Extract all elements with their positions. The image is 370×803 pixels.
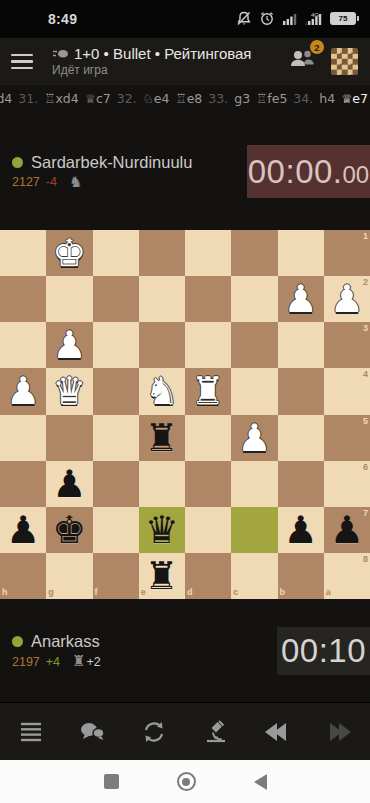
- bullet-icon: [52, 48, 69, 60]
- clock-top-fraction: 00: [343, 161, 370, 189]
- square-f1[interactable]: [93, 230, 139, 276]
- online-dot: [12, 157, 23, 168]
- square-f7[interactable]: [93, 507, 139, 553]
- move[interactable]: d4: [0, 91, 12, 106]
- square-h4[interactable]: ♟: [0, 368, 46, 414]
- square-g8[interactable]: g: [46, 553, 92, 599]
- square-h3[interactable]: [0, 322, 46, 368]
- square-a7[interactable]: ♟7: [324, 507, 370, 553]
- square-d7[interactable]: [185, 507, 231, 553]
- rank-label: 4: [363, 370, 368, 379]
- rewind-button[interactable]: [252, 709, 302, 755]
- rank-label: 7: [363, 509, 368, 518]
- android-nav-bar: [0, 760, 370, 803]
- square-g5[interactable]: [46, 415, 92, 461]
- square-h1[interactable]: [0, 230, 46, 276]
- square-e5[interactable]: ♜: [139, 415, 185, 461]
- rank-label: 5: [363, 417, 368, 426]
- square-e8[interactable]: ♜e: [139, 553, 185, 599]
- app-screen: 8:49 4G↓ 75 1+0 • Bullet • Рейтинговая И…: [0, 0, 370, 803]
- square-h5[interactable]: [0, 415, 46, 461]
- move[interactable]: ♘e4: [143, 91, 170, 106]
- move-number[interactable]: 31.: [18, 91, 38, 106]
- square-e2[interactable]: [139, 276, 185, 322]
- white-pawn: ♟: [6, 372, 40, 410]
- square-d8[interactable]: d: [185, 553, 231, 599]
- chat-icon: [79, 721, 105, 743]
- recents-button[interactable]: [104, 774, 119, 789]
- battery-level: 75: [339, 14, 348, 23]
- board-theme-icon[interactable]: [331, 48, 358, 75]
- black-pawn: ♟: [52, 465, 86, 503]
- analysis-button[interactable]: [191, 709, 241, 755]
- rank-label: 8: [363, 555, 368, 564]
- square-d6[interactable]: [185, 461, 231, 507]
- file-label: d: [187, 588, 193, 597]
- square-f8[interactable]: f: [93, 553, 139, 599]
- player-top-rating: 2127: [12, 175, 40, 189]
- signal-4g-icon: 4G↓: [305, 11, 323, 26]
- move[interactable]: ♖xd4: [44, 91, 79, 106]
- move[interactable]: ♖e8: [175, 91, 202, 106]
- status-time: 8:49: [48, 11, 77, 27]
- square-b1[interactable]: [278, 230, 324, 276]
- square-b2[interactable]: ♟: [278, 276, 324, 322]
- white-pawn: ♟: [284, 280, 318, 318]
- mute-bell-icon: [236, 11, 252, 26]
- square-h6[interactable]: [0, 461, 46, 507]
- white-knight: ♞: [145, 372, 179, 410]
- square-c6[interactable]: [231, 461, 277, 507]
- file-label: a: [326, 588, 331, 597]
- white-pawn: ♟: [330, 280, 364, 318]
- player-bottom-section: Anarkass 2197 +4 ♜ +2 00:10: [0, 599, 370, 702]
- black-queen: ♛: [145, 511, 179, 549]
- white-pawn: ♟: [52, 326, 86, 364]
- svg-text:↓: ↓: [305, 20, 308, 26]
- square-b5[interactable]: [278, 415, 324, 461]
- square-g7[interactable]: ♚: [46, 507, 92, 553]
- square-b6[interactable]: [278, 461, 324, 507]
- menu-button[interactable]: [0, 38, 44, 85]
- square-g2[interactable]: [46, 276, 92, 322]
- player-bottom-rating: 2197: [12, 655, 40, 669]
- square-a1[interactable]: 1: [324, 230, 370, 276]
- game-title: 1+0 • Bullet • Рейтинговая: [74, 45, 252, 62]
- square-c3[interactable]: [231, 322, 277, 368]
- white-pawn: ♟: [237, 419, 271, 457]
- rank-label: 3: [363, 324, 368, 333]
- square-c2[interactable]: [231, 276, 277, 322]
- white-king: ♚: [52, 234, 86, 272]
- file-label: f: [95, 588, 98, 597]
- square-b8[interactable]: b: [278, 553, 324, 599]
- black-rook: ♜: [145, 557, 179, 595]
- status-bar: 8:49 4G↓ 75: [0, 0, 370, 38]
- signal-icon: [282, 12, 298, 26]
- participants-button[interactable]: 2: [289, 46, 317, 76]
- square-g6[interactable]: ♟: [46, 461, 92, 507]
- square-f3[interactable]: [93, 322, 139, 368]
- square-h7[interactable]: ♟: [0, 507, 46, 553]
- move[interactable]: ♕c7: [85, 91, 111, 106]
- square-h8[interactable]: h: [0, 553, 46, 599]
- square-d1[interactable]: [185, 230, 231, 276]
- black-pawn: ♟: [6, 511, 40, 549]
- square-f4[interactable]: [93, 368, 139, 414]
- square-g1[interactable]: ♚: [46, 230, 92, 276]
- alarm-clock-icon: [259, 11, 275, 26]
- square-h2[interactable]: [0, 276, 46, 322]
- square-g4[interactable]: ♛: [46, 368, 92, 414]
- list-icon: [19, 721, 43, 743]
- clock-bottom-time: 00:10: [281, 627, 366, 675]
- square-a4[interactable]: 4: [324, 368, 370, 414]
- square-e6[interactable]: [139, 461, 185, 507]
- square-f6[interactable]: [93, 461, 139, 507]
- square-f5[interactable]: [93, 415, 139, 461]
- square-d4[interactable]: ♜: [185, 368, 231, 414]
- black-king: ♚: [52, 511, 86, 549]
- white-rook: ♜: [191, 372, 225, 410]
- flip-icon: [142, 721, 166, 743]
- black-pawn: ♟: [330, 511, 364, 549]
- square-c8[interactable]: c: [231, 553, 277, 599]
- game-status: Идёт игра: [52, 64, 252, 78]
- player-top-rating-delta: -4: [46, 175, 57, 189]
- rank-label: 2: [363, 278, 368, 287]
- back-button[interactable]: [254, 774, 267, 790]
- white-queen: ♛: [52, 372, 86, 410]
- participants-badge: 2: [310, 40, 324, 54]
- file-label: g: [48, 588, 54, 597]
- clock-top-time: 00:00.: [248, 145, 343, 198]
- square-e7[interactable]: ♛: [139, 507, 185, 553]
- microscope-icon: [204, 720, 228, 744]
- rank-label: 1: [363, 232, 368, 241]
- square-g3[interactable]: ♟: [46, 322, 92, 368]
- square-c7[interactable]: [231, 507, 277, 553]
- battery-icon: 75: [330, 12, 356, 25]
- move[interactable]: ♖fe5: [256, 91, 287, 106]
- move[interactable]: g3: [234, 91, 250, 106]
- square-b4[interactable]: [278, 368, 324, 414]
- flip-board-button[interactable]: [129, 709, 179, 755]
- rewind-icon: [268, 723, 286, 741]
- square-a3[interactable]: 3: [324, 322, 370, 368]
- black-rook: ♜: [145, 419, 179, 457]
- square-e4[interactable]: ♞: [139, 368, 185, 414]
- clock-top: 00:00.00: [247, 145, 370, 198]
- square-c4[interactable]: [231, 368, 277, 414]
- square-b3[interactable]: [278, 322, 324, 368]
- square-b7[interactable]: ♟: [278, 507, 324, 553]
- black-pawn: ♟: [284, 511, 318, 549]
- square-f2[interactable]: [93, 276, 139, 322]
- player-bottom-rating-delta: +4: [46, 655, 60, 669]
- file-label: h: [2, 588, 8, 597]
- player-bottom-material: +2: [87, 655, 101, 669]
- chess-board[interactable]: ♚1♟♟2♟3♟♛♞♜4♜♟5♟6♟♚♛♟♟7hgf♜edcba8: [0, 230, 370, 600]
- player-top-section: Sardarbek-Nurdinuulu 2127 -4 ♞ 00:00.00: [0, 113, 370, 230]
- move-list-button[interactable]: [6, 709, 56, 755]
- app-header: 1+0 • Bullet • Рейтинговая Идёт игра 2: [0, 38, 370, 85]
- move-list: 0.♖d1d431.♖xd4♕c732.♘e4♖e833.g3♖fe534.h4…: [0, 85, 370, 113]
- file-label: b: [280, 588, 286, 597]
- square-d2[interactable]: [185, 276, 231, 322]
- square-a5[interactable]: 5: [324, 415, 370, 461]
- square-a2[interactable]: ♟2: [324, 276, 370, 322]
- player-bottom-name[interactable]: Anarkass: [31, 632, 100, 651]
- player-top-name[interactable]: Sardarbek-Nurdinuulu: [31, 153, 192, 172]
- file-label: e: [141, 588, 146, 597]
- move-number[interactable]: 32.: [117, 91, 137, 106]
- square-c5[interactable]: ♟: [231, 415, 277, 461]
- move[interactable]: ♕e7: [341, 91, 368, 106]
- forward-button[interactable]: [314, 709, 364, 755]
- square-c1[interactable]: [231, 230, 277, 276]
- game-toolbar: [0, 702, 370, 760]
- square-a6[interactable]: 6: [324, 461, 370, 507]
- square-d3[interactable]: [185, 322, 231, 368]
- captured-rook-icon: ♜: [72, 654, 85, 669]
- square-e3[interactable]: [139, 322, 185, 368]
- square-d5[interactable]: [185, 415, 231, 461]
- square-a8[interactable]: a8: [324, 553, 370, 599]
- clock-bottom: 00:10: [277, 627, 370, 675]
- move-number[interactable]: 33.: [208, 91, 228, 106]
- captured-knight-icon: ♞: [69, 175, 82, 190]
- move-number[interactable]: 34.: [293, 91, 313, 106]
- home-button[interactable]: [177, 772, 196, 791]
- forward-icon: [330, 723, 348, 741]
- chat-button[interactable]: [67, 709, 117, 755]
- rank-label: 6: [363, 463, 368, 472]
- online-dot: [12, 636, 23, 647]
- svg-text:4G: 4G: [311, 12, 319, 18]
- file-label: c: [233, 588, 238, 597]
- move[interactable]: h4: [319, 91, 335, 106]
- square-e1[interactable]: [139, 230, 185, 276]
